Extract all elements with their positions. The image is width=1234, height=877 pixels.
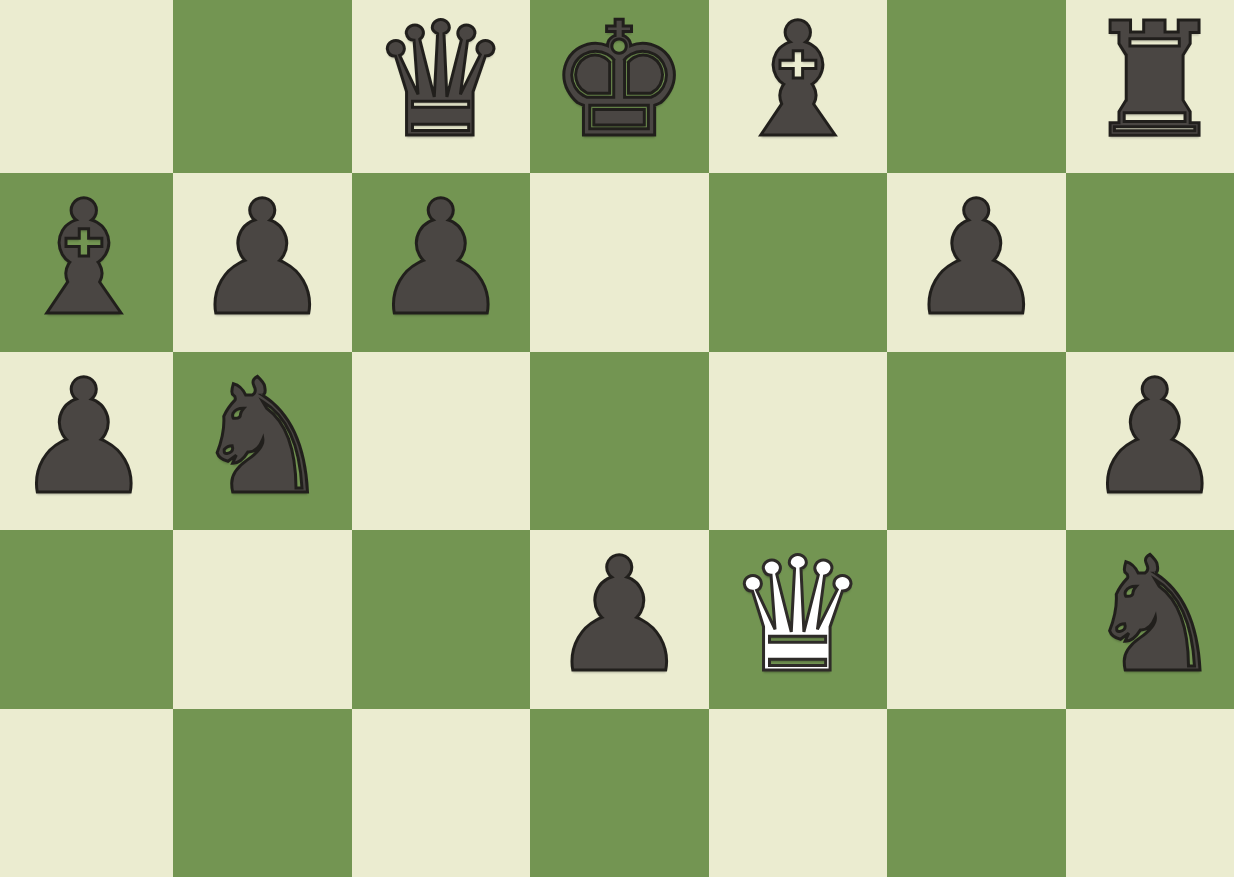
square-h8[interactable]: ♜ [1066,0,1234,173]
square-b8[interactable] [0,0,173,173]
piece-white-queen[interactable]: ♛ [727,536,869,694]
square-f5[interactable]: ♛ [709,530,888,709]
square-d8[interactable]: ♛ [352,0,531,173]
square-g8[interactable] [887,0,1066,173]
square-g5[interactable] [887,530,1066,709]
square-f7[interactable] [709,173,888,352]
piece-black-queen[interactable]: ♛ [370,1,512,159]
square-e4[interactable] [530,709,709,877]
square-c6[interactable]: ♞ [173,352,352,531]
piece-black-pawn[interactable]: ♟ [548,536,690,694]
square-e7[interactable] [530,173,709,352]
square-h6[interactable]: ♟ [1066,352,1234,531]
piece-black-knight[interactable]: ♞ [1084,536,1226,694]
square-d6[interactable] [352,352,531,531]
square-e5[interactable]: ♟ [530,530,709,709]
piece-black-bishop[interactable]: ♝ [727,1,869,159]
square-c5[interactable] [173,530,352,709]
piece-black-bishop[interactable]: ♝ [13,179,155,337]
square-c8[interactable] [173,0,352,173]
piece-black-pawn[interactable]: ♟ [191,179,333,337]
square-b4[interactable] [0,709,173,877]
square-d7[interactable]: ♟ [352,173,531,352]
chess-board: ♛♚♝♜♝♟♟♟♟♞♟♟♛♞ [0,0,1234,877]
square-e8[interactable]: ♚ [530,0,709,173]
piece-black-rook[interactable]: ♜ [1084,1,1226,159]
square-f4[interactable] [709,709,888,877]
square-h5[interactable]: ♞ [1066,530,1234,709]
square-d5[interactable] [352,530,531,709]
square-g7[interactable]: ♟ [887,173,1066,352]
square-g6[interactable] [887,352,1066,531]
piece-black-pawn[interactable]: ♟ [905,179,1047,337]
piece-black-pawn[interactable]: ♟ [13,358,155,516]
square-b5[interactable] [0,530,173,709]
square-h4[interactable] [1066,709,1234,877]
square-d4[interactable] [352,709,531,877]
piece-black-knight[interactable]: ♞ [191,358,333,516]
square-e6[interactable] [530,352,709,531]
piece-black-pawn[interactable]: ♟ [1084,358,1226,516]
square-h7[interactable] [1066,173,1234,352]
square-f8[interactable]: ♝ [709,0,888,173]
square-c7[interactable]: ♟ [173,173,352,352]
board-viewport: ♛♚♝♜♝♟♟♟♟♞♟♟♛♞ [0,0,1234,877]
square-b6[interactable]: ♟ [0,352,173,531]
piece-black-king[interactable]: ♚ [548,1,690,159]
square-b7[interactable]: ♝ [0,173,173,352]
square-f6[interactable] [709,352,888,531]
square-c4[interactable] [173,709,352,877]
piece-black-pawn[interactable]: ♟ [370,179,512,337]
square-g4[interactable] [887,709,1066,877]
